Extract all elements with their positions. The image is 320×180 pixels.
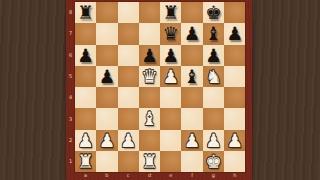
file-label-d: d xyxy=(139,172,160,179)
black-pawn-b5[interactable]: ♟ xyxy=(99,66,116,87)
black-pawn-d6[interactable]: ♟ xyxy=(141,45,158,66)
square-d2[interactable] xyxy=(139,130,160,151)
square-f4[interactable] xyxy=(181,87,202,108)
chessboard[interactable]: ♜♜♚♛♟♝♟♟♟♟♟♟♛♟♝♞♝♟♟♟♟♟♟♜♜♚ xyxy=(75,2,245,172)
file-label-a: a xyxy=(75,172,96,179)
square-e6[interactable]: ♟ xyxy=(160,45,181,66)
rank-label-8: 8 xyxy=(66,2,75,23)
black-king-g8[interactable]: ♚ xyxy=(205,2,222,23)
square-h7[interactable]: ♟ xyxy=(224,23,245,44)
black-bishop-g7[interactable]: ♝ xyxy=(205,23,222,44)
square-f5[interactable]: ♝ xyxy=(181,66,202,87)
square-b6[interactable] xyxy=(96,45,117,66)
square-g7[interactable]: ♝ xyxy=(203,23,224,44)
white-bishop-d3[interactable]: ♝ xyxy=(141,108,158,129)
square-a5[interactable] xyxy=(75,66,96,87)
rank-label-4: 4 xyxy=(66,87,75,108)
white-pawn-a2[interactable]: ♟ xyxy=(77,130,94,151)
square-h3[interactable] xyxy=(224,108,245,129)
file-label-g: g xyxy=(203,172,224,179)
square-e2[interactable] xyxy=(160,130,181,151)
square-a1[interactable]: ♜ xyxy=(75,151,96,172)
white-pawn-c2[interactable]: ♟ xyxy=(120,130,137,151)
square-b3[interactable] xyxy=(96,108,117,129)
rank-label-7: 7 xyxy=(66,23,75,44)
black-bishop-f5[interactable]: ♝ xyxy=(184,66,201,87)
white-rook-a1[interactable]: ♜ xyxy=(77,151,94,172)
square-d3[interactable]: ♝ xyxy=(139,108,160,129)
square-d4[interactable] xyxy=(139,87,160,108)
black-pawn-h7[interactable]: ♟ xyxy=(226,23,243,44)
square-e5[interactable]: ♟ xyxy=(160,66,181,87)
square-g3[interactable] xyxy=(203,108,224,129)
white-rook-d1[interactable]: ♜ xyxy=(141,151,158,172)
wood-background: 87654321 ♜♜♚♛♟♝♟♟♟♟♟♟♛♟♝♞♝♟♟♟♟♟♟♜♜♚ abcd… xyxy=(0,0,320,180)
square-c5[interactable] xyxy=(118,66,139,87)
rank-label-5: 5 xyxy=(66,66,75,87)
square-h2[interactable]: ♟ xyxy=(224,130,245,151)
square-h8[interactable] xyxy=(224,2,245,23)
square-c8[interactable] xyxy=(118,2,139,23)
square-c7[interactable] xyxy=(118,23,139,44)
square-b5[interactable]: ♟ xyxy=(96,66,117,87)
chessboard-frame: 87654321 ♜♜♚♛♟♝♟♟♟♟♟♟♛♟♝♞♝♟♟♟♟♟♟♜♜♚ abcd… xyxy=(66,0,252,180)
square-g6[interactable]: ♟ xyxy=(203,45,224,66)
file-label-e: e xyxy=(160,172,181,179)
square-g1[interactable]: ♚ xyxy=(203,151,224,172)
file-label-f: f xyxy=(181,172,202,179)
white-pawn-e5[interactable]: ♟ xyxy=(163,66,180,87)
square-e7[interactable]: ♛ xyxy=(160,23,181,44)
rank-label-3: 3 xyxy=(66,108,75,129)
square-h5[interactable] xyxy=(224,66,245,87)
white-pawn-b2[interactable]: ♟ xyxy=(99,130,116,151)
square-e4[interactable] xyxy=(160,87,181,108)
black-pawn-e6[interactable]: ♟ xyxy=(163,45,180,66)
black-rook-a8[interactable]: ♜ xyxy=(77,2,94,23)
square-h1[interactable] xyxy=(224,151,245,172)
square-e3[interactable] xyxy=(160,108,181,129)
square-g4[interactable] xyxy=(203,87,224,108)
square-g8[interactable]: ♚ xyxy=(203,2,224,23)
square-f3[interactable] xyxy=(181,108,202,129)
rank-label-6: 6 xyxy=(66,45,75,66)
rank-label-2: 2 xyxy=(66,130,75,151)
square-h4[interactable] xyxy=(224,87,245,108)
square-c4[interactable] xyxy=(118,87,139,108)
file-label-c: c xyxy=(118,172,139,179)
white-pawn-f2[interactable]: ♟ xyxy=(184,130,201,151)
square-b2[interactable]: ♟ xyxy=(96,130,117,151)
square-f6[interactable] xyxy=(181,45,202,66)
file-label-b: b xyxy=(96,172,117,179)
black-pawn-f7[interactable]: ♟ xyxy=(184,23,201,44)
square-f2[interactable]: ♟ xyxy=(181,130,202,151)
square-b8[interactable] xyxy=(96,2,117,23)
square-d1[interactable]: ♜ xyxy=(139,151,160,172)
square-d8[interactable] xyxy=(139,2,160,23)
square-b7[interactable] xyxy=(96,23,117,44)
square-f7[interactable]: ♟ xyxy=(181,23,202,44)
square-d5[interactable]: ♛ xyxy=(139,66,160,87)
black-pawn-a6[interactable]: ♟ xyxy=(77,45,94,66)
rank-labels: 87654321 xyxy=(66,2,75,172)
square-b4[interactable] xyxy=(96,87,117,108)
square-c6[interactable] xyxy=(118,45,139,66)
square-a3[interactable] xyxy=(75,108,96,129)
black-queen-e7[interactable]: ♛ xyxy=(163,23,180,44)
square-g2[interactable]: ♟ xyxy=(203,130,224,151)
square-b1[interactable] xyxy=(96,151,117,172)
square-h6[interactable] xyxy=(224,45,245,66)
square-a4[interactable] xyxy=(75,87,96,108)
square-e8[interactable]: ♜ xyxy=(160,2,181,23)
white-pawn-h2[interactable]: ♟ xyxy=(226,130,243,151)
square-d6[interactable]: ♟ xyxy=(139,45,160,66)
file-label-h: h xyxy=(224,172,245,179)
square-c2[interactable]: ♟ xyxy=(118,130,139,151)
square-a8[interactable]: ♜ xyxy=(75,2,96,23)
white-knight-g5[interactable]: ♞ xyxy=(205,66,222,87)
square-f1[interactable] xyxy=(181,151,202,172)
black-pawn-g6[interactable]: ♟ xyxy=(205,45,222,66)
square-c1[interactable] xyxy=(118,151,139,172)
square-f8[interactable] xyxy=(181,2,202,23)
square-g5[interactable]: ♞ xyxy=(203,66,224,87)
white-queen-d5[interactable]: ♛ xyxy=(141,66,158,87)
square-d7[interactable] xyxy=(139,23,160,44)
rank-label-1: 1 xyxy=(66,151,75,172)
white-king-g1[interactable]: ♚ xyxy=(205,151,222,172)
square-a2[interactable]: ♟ xyxy=(75,130,96,151)
file-labels: abcdefgh xyxy=(75,172,245,179)
square-e1[interactable] xyxy=(160,151,181,172)
square-a7[interactable] xyxy=(75,23,96,44)
square-a6[interactable]: ♟ xyxy=(75,45,96,66)
white-pawn-g2[interactable]: ♟ xyxy=(205,130,222,151)
square-c3[interactable] xyxy=(118,108,139,129)
black-rook-e8[interactable]: ♜ xyxy=(163,2,180,23)
